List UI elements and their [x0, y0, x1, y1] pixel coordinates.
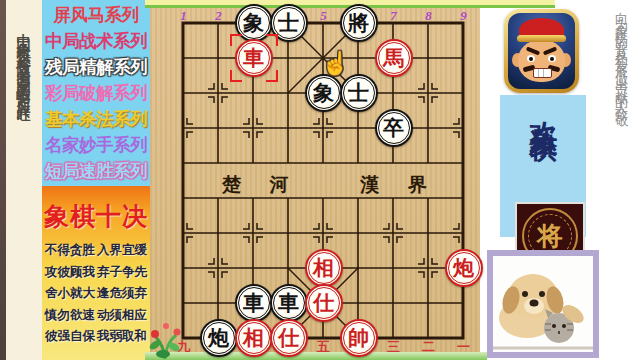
piece-glyph: 炮 — [208, 321, 229, 355]
piece-red-仕[interactable]: 仕 — [270, 319, 308, 357]
piece-glyph: 象 — [243, 6, 264, 40]
character-eye — [527, 55, 535, 62]
menu-item-pingfengma[interactable]: 屏风马系列 — [42, 3, 150, 27]
piece-black-將[interactable]: 將 — [340, 4, 378, 42]
maxim: 不得贪胜 — [45, 240, 95, 262]
piece-glyph: 象 — [313, 76, 334, 110]
app-icon-character — [508, 13, 575, 89]
seal-character: 将 — [537, 219, 563, 254]
ten-maxims-panel: 象棋十决 不得贪胜入界宜缓 攻彼顾我弃子争先 舍小就大逢危须弃 慎勿欲速动须相应… — [42, 186, 150, 360]
menu-item-caiju[interactable]: 彩局破解系列 — [42, 81, 150, 105]
app-icon — [504, 9, 579, 93]
maxim: 舍小就大 — [45, 283, 95, 305]
ten-maxims-title: 象棋十决 — [42, 200, 150, 233]
piece-glyph: 士 — [278, 6, 299, 40]
maxim: 慎勿欲速 — [45, 305, 95, 327]
piece-red-仕[interactable]: 仕 — [305, 284, 343, 322]
maxim: 攻彼顾我 — [45, 262, 95, 284]
piece-glyph: 仕 — [313, 286, 334, 320]
piece-glyph: 卒 — [383, 111, 404, 145]
piece-glyph: 帥 — [348, 321, 369, 355]
series-menu: 屏风马系列 中局战术系列 残局精解系列 彩局破解系列 基本杀法系列 名家妙手系列… — [42, 0, 150, 186]
puppy-photo — [493, 256, 593, 352]
maxim: 逢危须弃 — [97, 283, 147, 305]
screenshot-root: 中国象棋必将随着国家的崛起而兴旺 屏风马系列 中局战术系列 残局精解系列 彩局破… — [0, 0, 640, 360]
left-slogan-strip: 中国象棋必将随着国家的崛起而兴旺 — [6, 0, 42, 360]
piece-glyph: 車 — [243, 286, 264, 320]
piece-black-象[interactable]: 象 — [305, 74, 343, 112]
piece-glyph: 馬 — [383, 41, 404, 75]
puppy-photo-frame — [487, 250, 599, 358]
hand-cursor-icon: ☝ — [321, 50, 350, 77]
character-hat-band — [517, 35, 566, 42]
piece-red-車[interactable]: 車 — [235, 39, 273, 77]
piece-red-相[interactable]: 相 — [305, 249, 343, 287]
menu-item-duanju[interactable]: 短局速胜系列 — [42, 159, 150, 183]
piece-black-士[interactable]: 士 — [340, 74, 378, 112]
piece-glyph: 士 — [348, 76, 369, 110]
menu-item-zhongju[interactable]: 中局战术系列 — [42, 29, 150, 53]
piece-glyph: 相 — [243, 321, 264, 355]
piece-black-炮[interactable]: 炮 — [200, 319, 238, 357]
maxim: 弃子争先 — [97, 262, 147, 284]
piece-glyph: 車 — [278, 286, 299, 320]
right-slogan-text: 向为象棋的普及和发展做出贡献的人致敬 — [612, 2, 630, 358]
left-slogan-text: 中国象棋必将随着国家的崛起而兴旺 — [15, 0, 33, 360]
maxim: 动须相应 — [97, 305, 147, 327]
menu-item-jiben[interactable]: 基本杀法系列 — [42, 107, 150, 131]
character-eye — [548, 55, 556, 62]
piece-glyph: 將 — [348, 6, 369, 40]
piece-black-車[interactable]: 車 — [235, 284, 273, 322]
piece-glyph: 炮 — [453, 251, 474, 285]
character-mouth — [533, 68, 552, 78]
menu-item-mingjia[interactable]: 名家妙手系列 — [42, 133, 150, 157]
maxim: 彼强自保 — [45, 326, 95, 348]
puppy-kitten-illustration — [493, 256, 593, 352]
piece-black-車[interactable]: 車 — [270, 284, 308, 322]
maxim: 我弱取和 — [97, 326, 147, 348]
piece-black-象[interactable]: 象 — [235, 4, 273, 42]
xiangqi-board[interactable]: 123456789 九八七六五四三二一 楚 河 漢 界 象士將車馬象士卒相炮車車… — [150, 8, 480, 352]
piece-black-士[interactable]: 士 — [270, 4, 308, 42]
ten-maxims-list: 不得贪胜入界宜缓 攻彼顾我弃子争先 舍小就大逢危须弃 慎勿欲速动须相应 彼强自保… — [42, 240, 150, 348]
piece-red-馬[interactable]: 馬 — [375, 39, 413, 77]
piece-glyph: 仕 — [278, 321, 299, 355]
right-slogan-strip: 向为象棋的普及和发展做出贡献的人致敬 — [604, 2, 638, 358]
menu-item-canju[interactable]: 残局精解系列 — [42, 55, 150, 79]
piece-glyph: 車 — [243, 41, 264, 75]
piece-glyph: 相 — [313, 251, 334, 285]
piece-red-炮[interactable]: 炮 — [445, 249, 483, 287]
piece-red-帥[interactable]: 帥 — [340, 319, 378, 357]
plant-decoration — [147, 312, 183, 360]
maxim: 入界宜缓 — [97, 240, 147, 262]
piece-red-相[interactable]: 相 — [235, 319, 273, 357]
piece-black-卒[interactable]: 卒 — [375, 109, 413, 147]
